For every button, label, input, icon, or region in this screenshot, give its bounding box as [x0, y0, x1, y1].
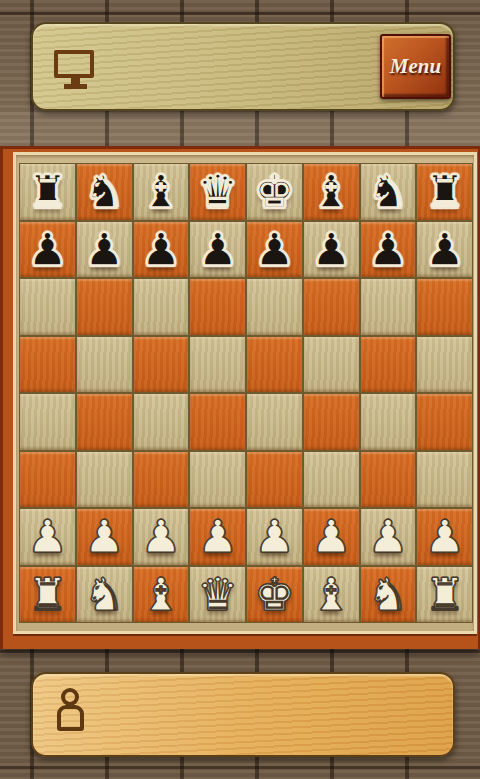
- square-d4[interactable]: [190, 394, 245, 450]
- square-e4[interactable]: [247, 394, 302, 450]
- square-c1[interactable]: ♝: [134, 567, 189, 623]
- person-icon: [55, 688, 85, 738]
- square-g6[interactable]: [361, 279, 416, 335]
- square-c6[interactable]: [134, 279, 189, 335]
- piece-white-bishop: ♝: [311, 572, 351, 617]
- square-a2[interactable]: ♟: [20, 509, 75, 565]
- piece-white-pawn: ♟: [254, 514, 294, 559]
- square-d8[interactable]: ♛: [190, 164, 245, 220]
- piece-black-pawn: ♟: [254, 227, 294, 272]
- square-e6[interactable]: [247, 279, 302, 335]
- square-e1[interactable]: ♚: [247, 567, 302, 623]
- board-inner-highlight: ♜♞♝♛♚♝♞♜♟♟♟♟♟♟♟♟♟♟♟♟♟♟♟♟♜♞♝♛♚♝♞♜: [13, 152, 477, 636]
- square-a1[interactable]: ♜: [20, 567, 75, 623]
- square-g2[interactable]: ♟: [361, 509, 416, 565]
- square-h1[interactable]: ♜: [417, 567, 472, 623]
- piece-black-rook: ♜: [424, 169, 464, 214]
- square-b7[interactable]: ♟: [77, 222, 132, 278]
- square-b5[interactable]: [77, 337, 132, 393]
- square-h4[interactable]: [417, 394, 472, 450]
- square-c7[interactable]: ♟: [134, 222, 189, 278]
- square-c3[interactable]: [134, 452, 189, 508]
- piece-white-pawn: ♟: [84, 514, 124, 559]
- piece-black-pawn: ♟: [27, 227, 67, 272]
- square-a3[interactable]: [20, 452, 75, 508]
- square-h6[interactable]: [417, 279, 472, 335]
- piece-black-rook: ♜: [27, 169, 67, 214]
- square-d1[interactable]: ♛: [190, 567, 245, 623]
- piece-black-pawn: ♟: [141, 227, 181, 272]
- square-g1[interactable]: ♞: [361, 567, 416, 623]
- square-b3[interactable]: [77, 452, 132, 508]
- square-f3[interactable]: [304, 452, 359, 508]
- square-b4[interactable]: [77, 394, 132, 450]
- piece-black-pawn: ♟: [311, 227, 351, 272]
- monitor-base: [64, 84, 87, 89]
- piece-black-queen: ♛: [197, 169, 237, 214]
- square-d5[interactable]: [190, 337, 245, 393]
- chess-board: ♜♞♝♛♚♝♞♜♟♟♟♟♟♟♟♟♟♟♟♟♟♟♟♟♜♞♝♛♚♝♞♜: [0, 146, 480, 649]
- square-b1[interactable]: ♞: [77, 567, 132, 623]
- square-a7[interactable]: ♟: [20, 222, 75, 278]
- piece-black-knight: ♞: [84, 169, 124, 214]
- menu-button-label: Menu: [390, 54, 441, 79]
- square-h3[interactable]: [417, 452, 472, 508]
- piece-white-knight: ♞: [368, 572, 408, 617]
- square-d6[interactable]: [190, 279, 245, 335]
- square-f2[interactable]: ♟: [304, 509, 359, 565]
- square-e5[interactable]: [247, 337, 302, 393]
- square-h5[interactable]: [417, 337, 472, 393]
- wood-background: { "app": { "title": "Chess" }, "game": "…: [0, 0, 480, 779]
- menu-button[interactable]: Menu: [380, 34, 451, 99]
- square-g5[interactable]: [361, 337, 416, 393]
- piece-white-pawn: ♟: [368, 514, 408, 559]
- square-a5[interactable]: [20, 337, 75, 393]
- board-inner-margin: ♜♞♝♛♚♝♞♜♟♟♟♟♟♟♟♟♟♟♟♟♟♟♟♟♜♞♝♛♚♝♞♜: [16, 155, 474, 631]
- piece-black-bishop: ♝: [311, 169, 351, 214]
- square-f8[interactable]: ♝: [304, 164, 359, 220]
- square-f7[interactable]: ♟: [304, 222, 359, 278]
- square-f5[interactable]: [304, 337, 359, 393]
- computer-monitor-icon: [54, 50, 96, 90]
- piece-black-bishop: ♝: [141, 169, 181, 214]
- piece-white-queen: ♛: [197, 572, 237, 617]
- square-h8[interactable]: ♜: [417, 164, 472, 220]
- monitor-screen: [54, 50, 94, 78]
- piece-white-knight: ♞: [84, 572, 124, 617]
- opponent-panel: Menu: [31, 22, 455, 111]
- square-a8[interactable]: ♜: [20, 164, 75, 220]
- square-f1[interactable]: ♝: [304, 567, 359, 623]
- piece-white-pawn: ♟: [424, 514, 464, 559]
- square-e2[interactable]: ♟: [247, 509, 302, 565]
- square-e3[interactable]: [247, 452, 302, 508]
- square-d2[interactable]: ♟: [190, 509, 245, 565]
- piece-white-pawn: ♟: [311, 514, 351, 559]
- square-e7[interactable]: ♟: [247, 222, 302, 278]
- piece-black-king: ♚: [254, 169, 294, 214]
- square-h7[interactable]: ♟: [417, 222, 472, 278]
- piece-white-pawn: ♟: [27, 514, 67, 559]
- player-panel: [31, 672, 455, 757]
- square-c8[interactable]: ♝: [134, 164, 189, 220]
- square-f4[interactable]: [304, 394, 359, 450]
- square-g8[interactable]: ♞: [361, 164, 416, 220]
- square-g3[interactable]: [361, 452, 416, 508]
- piece-white-king: ♚: [254, 572, 294, 617]
- piece-white-pawn: ♟: [197, 514, 237, 559]
- piece-white-bishop: ♝: [141, 572, 181, 617]
- square-e8[interactable]: ♚: [247, 164, 302, 220]
- piece-black-pawn: ♟: [368, 227, 408, 272]
- square-f6[interactable]: [304, 279, 359, 335]
- square-c2[interactable]: ♟: [134, 509, 189, 565]
- square-d3[interactable]: [190, 452, 245, 508]
- square-b2[interactable]: ♟: [77, 509, 132, 565]
- square-g4[interactable]: [361, 394, 416, 450]
- square-d7[interactable]: ♟: [190, 222, 245, 278]
- square-a4[interactable]: [20, 394, 75, 450]
- board-grid: ♜♞♝♛♚♝♞♜♟♟♟♟♟♟♟♟♟♟♟♟♟♟♟♟♜♞♝♛♚♝♞♜: [19, 163, 473, 623]
- square-a6[interactable]: [20, 279, 75, 335]
- piece-black-pawn: ♟: [84, 227, 124, 272]
- square-b6[interactable]: [77, 279, 132, 335]
- square-c4[interactable]: [134, 394, 189, 450]
- square-h2[interactable]: ♟: [417, 509, 472, 565]
- piece-black-pawn: ♟: [424, 227, 464, 272]
- piece-white-pawn: ♟: [141, 514, 181, 559]
- piece-white-rook: ♜: [424, 572, 464, 617]
- piece-black-pawn: ♟: [197, 227, 237, 272]
- piece-white-rook: ♜: [27, 572, 67, 617]
- square-g7[interactable]: ♟: [361, 222, 416, 278]
- square-c5[interactable]: [134, 337, 189, 393]
- person-torso: [57, 705, 84, 731]
- piece-black-knight: ♞: [368, 169, 408, 214]
- square-b8[interactable]: ♞: [77, 164, 132, 220]
- person-head: [61, 688, 79, 706]
